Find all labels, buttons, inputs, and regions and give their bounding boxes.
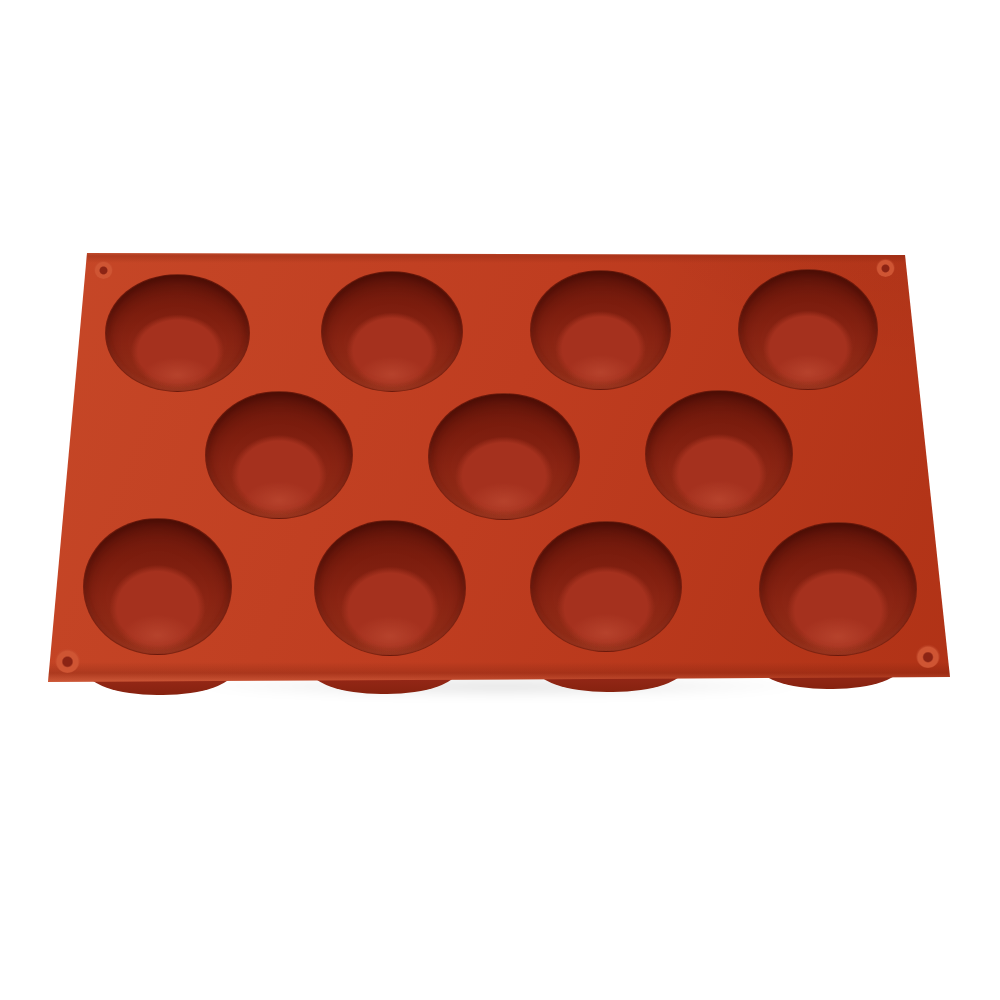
- photo-background: [0, 0, 1000, 1000]
- corner-dimple: [94, 260, 113, 279]
- corner-dimple: [916, 644, 940, 668]
- corner-dimple: [55, 648, 80, 673]
- corner-dimple: [876, 258, 895, 277]
